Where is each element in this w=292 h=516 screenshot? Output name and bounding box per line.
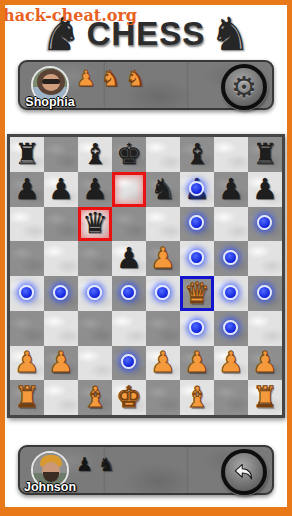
white-king-d1: ♚ <box>116 381 142 414</box>
black-rook-a8: ♜ <box>14 138 40 171</box>
square-d5[interactable]: ♟ <box>112 241 146 276</box>
move-dot-h6[interactable] <box>257 215 272 230</box>
square-d7[interactable] <box>112 172 146 207</box>
current-player-bar: Johnson ♟♞ <box>18 445 274 495</box>
square-c3[interactable] <box>78 311 112 346</box>
player-name: Johnson <box>13 480 87 494</box>
captured-white-knight-icon: ♞ <box>101 67 121 91</box>
frame-border-right <box>287 0 292 516</box>
white-bishop-f1: ♝ <box>184 381 210 414</box>
undo-arrow-icon <box>230 458 258 486</box>
move-dot-f7[interactable] <box>189 181 204 196</box>
move-dot-b4[interactable] <box>53 285 68 300</box>
square-c5[interactable] <box>78 241 112 276</box>
captured-black-knight-icon: ♞ <box>98 452 115 476</box>
square-c2[interactable] <box>78 346 112 381</box>
move-dot-d4[interactable] <box>121 285 136 300</box>
square-d3[interactable] <box>112 311 146 346</box>
square-a8[interactable]: ♜ <box>10 137 44 172</box>
square-h3[interactable] <box>248 311 282 346</box>
move-dot-f5[interactable] <box>189 250 204 265</box>
square-e8[interactable] <box>146 137 180 172</box>
app-window: hack-cheat.org ♞ CHESS ♞ Shophia ♟♞♞ ⚙ ♜… <box>0 0 292 516</box>
square-d6[interactable] <box>112 207 146 242</box>
square-h6[interactable] <box>248 207 282 242</box>
white-pawn-a2: ♟ <box>14 346 40 379</box>
square-g7[interactable]: ♟ <box>214 172 248 207</box>
move-dot-a4[interactable] <box>19 285 34 300</box>
white-pawn-e2: ♟ <box>150 346 176 379</box>
square-g4[interactable] <box>214 276 248 311</box>
square-e7[interactable]: ♞ <box>146 172 180 207</box>
black-king-d8: ♚ <box>116 138 142 171</box>
move-dot-g4[interactable] <box>223 285 238 300</box>
square-c8[interactable]: ♝ <box>78 137 112 172</box>
white-bishop-c1: ♝ <box>82 381 108 414</box>
white-pawn-f2: ♟ <box>184 346 210 379</box>
white-rook-a1: ♜ <box>14 381 40 414</box>
square-a3[interactable] <box>10 311 44 346</box>
black-rook-h8: ♜ <box>252 138 278 171</box>
black-pawn-d5: ♟ <box>116 242 142 275</box>
square-d2[interactable] <box>112 346 146 381</box>
logo-knight-right-icon: ♞ <box>209 11 250 57</box>
square-f4[interactable]: ♛ <box>180 276 214 311</box>
square-g6[interactable] <box>214 207 248 242</box>
watermark-text: hack-cheat.org <box>3 6 137 25</box>
square-f3[interactable] <box>180 311 214 346</box>
square-b6[interactable] <box>44 207 78 242</box>
square-c4[interactable] <box>78 276 112 311</box>
move-dot-f3[interactable] <box>189 320 204 335</box>
square-b8[interactable] <box>44 137 78 172</box>
square-g2[interactable]: ♟ <box>214 346 248 381</box>
square-h7[interactable]: ♟ <box>248 172 282 207</box>
square-g1[interactable] <box>214 380 248 415</box>
square-b7[interactable]: ♟ <box>44 172 78 207</box>
white-rook-h1: ♜ <box>252 381 278 414</box>
black-pawn-a7: ♟ <box>14 173 40 206</box>
opponent-name: Shophia <box>13 95 87 109</box>
white-queen-f4: ♛ <box>184 277 210 310</box>
undo-button[interactable] <box>221 449 267 495</box>
black-pawn-c7: ♟ <box>82 173 108 206</box>
square-a2[interactable]: ♟ <box>10 346 44 381</box>
move-dot-h4[interactable] <box>257 285 272 300</box>
frame-border-bottom <box>0 507 292 516</box>
black-queen-c6: ♛ <box>82 207 108 240</box>
square-h8[interactable]: ♜ <box>248 137 282 172</box>
black-bishop-c8: ♝ <box>82 138 108 171</box>
square-f5[interactable] <box>180 241 214 276</box>
captured-white-knight-icon: ♞ <box>125 67 145 91</box>
white-pawn-h2: ♟ <box>252 346 278 379</box>
captured-white-pawn-icon: ♟ <box>76 67 96 91</box>
square-e3[interactable] <box>146 311 180 346</box>
square-b2[interactable]: ♟ <box>44 346 78 381</box>
square-a6[interactable] <box>10 207 44 242</box>
square-d8[interactable]: ♚ <box>112 137 146 172</box>
square-e2[interactable]: ♟ <box>146 346 180 381</box>
square-b1[interactable] <box>44 380 78 415</box>
move-dot-g5[interactable] <box>223 250 238 265</box>
black-pawn-h7: ♟ <box>252 173 278 206</box>
black-bishop-f8: ♝ <box>184 138 210 171</box>
square-c7[interactable]: ♟ <box>78 172 112 207</box>
captured-black-pawn-icon: ♟ <box>76 452 93 476</box>
frame-border-top <box>0 0 292 5</box>
square-e1[interactable] <box>146 380 180 415</box>
captured-white-pieces-tray: ♟♞♞ <box>76 67 145 91</box>
square-c1[interactable]: ♝ <box>78 380 112 415</box>
sunglasses <box>42 79 60 84</box>
square-a1[interactable]: ♜ <box>10 380 44 415</box>
frame-border-left <box>0 0 5 516</box>
black-knight-e7: ♞ <box>150 173 176 206</box>
square-c6[interactable]: ♛ <box>78 207 112 242</box>
opponent-player-bar: Shophia ♟♞♞ ⚙ <box>18 60 274 110</box>
captured-black-pieces-tray: ♟♞ <box>76 452 115 476</box>
move-dot-c4[interactable] <box>87 285 102 300</box>
square-a7[interactable]: ♟ <box>10 172 44 207</box>
chess-board[interactable]: ♜♝♚♝♜♟♟♟♞♟♟♟♛♟♟♛♟♟♟♟♟♟♜♝♚♝♜ <box>7 134 285 418</box>
gear-icon: ⚙ <box>231 73 257 102</box>
square-e4[interactable] <box>146 276 180 311</box>
white-pawn-b2: ♟ <box>48 346 74 379</box>
black-pawn-g7: ♟ <box>218 173 244 206</box>
settings-button[interactable]: ⚙ <box>221 64 267 110</box>
move-dot-f6[interactable] <box>189 215 204 230</box>
square-f6[interactable] <box>180 207 214 242</box>
square-a5[interactable] <box>10 241 44 276</box>
square-f2[interactable]: ♟ <box>180 346 214 381</box>
square-f1[interactable]: ♝ <box>180 380 214 415</box>
square-a4[interactable] <box>10 276 44 311</box>
square-b4[interactable] <box>44 276 78 311</box>
square-h5[interactable] <box>248 241 282 276</box>
square-g8[interactable] <box>214 137 248 172</box>
square-h2[interactable]: ♟ <box>248 346 282 381</box>
square-f8[interactable]: ♝ <box>180 137 214 172</box>
white-pawn-e5: ♟ <box>150 242 176 275</box>
white-pawn-g2: ♟ <box>218 346 244 379</box>
square-b5[interactable] <box>44 241 78 276</box>
square-e6[interactable] <box>146 207 180 242</box>
move-dot-g3[interactable] <box>223 320 238 335</box>
square-f7[interactable]: ♟ <box>180 172 214 207</box>
square-e5[interactable]: ♟ <box>146 241 180 276</box>
square-h4[interactable] <box>248 276 282 311</box>
square-d1[interactable]: ♚ <box>112 380 146 415</box>
square-h1[interactable]: ♜ <box>248 380 282 415</box>
square-g3[interactable] <box>214 311 248 346</box>
square-d4[interactable] <box>112 276 146 311</box>
move-dot-e4[interactable] <box>155 285 170 300</box>
square-b3[interactable] <box>44 311 78 346</box>
square-g5[interactable] <box>214 241 248 276</box>
black-pawn-b7: ♟ <box>48 173 74 206</box>
move-dot-d2[interactable] <box>121 354 136 369</box>
